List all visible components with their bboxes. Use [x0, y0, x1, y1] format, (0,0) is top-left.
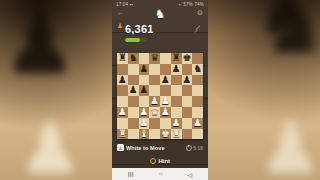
square-b7[interactable] [128, 64, 139, 75]
square-d6[interactable] [149, 75, 160, 86]
hint-label: Hint [158, 158, 170, 164]
piece-white-pawn[interactable]: ♟ [117, 107, 128, 118]
square-e6[interactable]: ♟ [160, 75, 171, 86]
piece-black-rook[interactable]: ♜ [117, 53, 128, 64]
settings-gear-icon[interactable]: ⚙ [197, 9, 203, 17]
square-e3[interactable]: ♟ [160, 107, 171, 118]
puzzle-timer: 5:18 [186, 145, 203, 151]
piece-black-knight[interactable]: ♞ [192, 64, 203, 75]
back-arrow-button[interactable]: ← [117, 9, 124, 16]
piece-black-pawn[interactable]: ♟ [182, 75, 193, 86]
rating-pawn-icon: ♟ [117, 22, 123, 30]
piece-black-pawn[interactable]: ♟ [128, 85, 139, 96]
square-b5[interactable]: ♟ [128, 85, 139, 96]
square-a5[interactable] [117, 85, 128, 96]
piece-white-king[interactable]: ♚ [160, 129, 171, 140]
piece-black-pawn[interactable]: ♟ [160, 75, 171, 86]
square-e1[interactable]: ♚ [160, 129, 171, 140]
square-c7[interactable]: ♟ [139, 64, 150, 75]
square-h7[interactable]: ♞ [192, 64, 203, 75]
square-a7[interactable] [117, 64, 128, 75]
phone-screen: 17:04 ▪▪ ◐ 57% 74% ← ♞ ⚙ ♟ 6,361 ♜♞♛♜♚♟♟… [112, 0, 208, 180]
piece-black-queen[interactable]: ♛ [149, 53, 160, 64]
square-g2[interactable] [182, 118, 193, 129]
square-c1[interactable]: ♝ [139, 129, 150, 140]
square-g4[interactable] [182, 96, 193, 107]
piece-black-pawn[interactable]: ♟ [139, 85, 150, 96]
square-d3[interactable]: ♛ [149, 107, 160, 118]
piece-white-pawn[interactable]: ♟ [139, 118, 150, 129]
square-g6[interactable]: ♟ [182, 75, 193, 86]
square-g8[interactable]: ♚ [182, 53, 193, 64]
square-g5[interactable] [182, 85, 193, 96]
square-d1[interactable] [149, 129, 160, 140]
square-h6[interactable] [192, 75, 203, 86]
square-d7[interactable] [149, 64, 160, 75]
piece-black-pawn[interactable]: ♟ [117, 75, 128, 86]
back-nav-button[interactable]: ◁ [187, 171, 192, 178]
puzzle-rating-value: 6,361 [118, 23, 208, 35]
hint-button[interactable]: Hint [112, 157, 208, 165]
square-b4[interactable] [128, 96, 139, 107]
rating-progress-bar [125, 38, 147, 43]
android-nav-bar: ||| ○ ◁ [112, 168, 208, 180]
square-f5[interactable] [171, 85, 182, 96]
square-f7[interactable]: ♟ [171, 64, 182, 75]
square-e2[interactable] [160, 118, 171, 129]
piece-black-knight[interactable]: ♞ [128, 53, 139, 64]
square-f6[interactable] [171, 75, 182, 86]
square-f4[interactable] [171, 96, 182, 107]
white-piece-tile-icon: ♙ [117, 144, 124, 151]
square-b8[interactable]: ♞ [128, 53, 139, 64]
piece-white-pawn[interactable]: ♟ [171, 118, 182, 129]
square-d2[interactable] [149, 118, 160, 129]
recents-button[interactable]: ||| [128, 171, 134, 177]
square-g3[interactable] [182, 107, 193, 118]
piece-white-pawn[interactable]: ♟ [160, 107, 171, 118]
square-a1[interactable]: ♜ [117, 129, 128, 140]
piece-black-pawn[interactable]: ♟ [171, 64, 182, 75]
move-status-row: ♙ White to Move 5:18 [117, 143, 203, 152]
square-c5[interactable]: ♟ [139, 85, 150, 96]
status-time: 17:04 ▪▪ [116, 2, 133, 7]
rating-progress-fill [125, 38, 140, 43]
square-a2[interactable] [117, 118, 128, 129]
turn-indicator: ♙ White to Move [117, 144, 165, 151]
app-header: ← ♞ ⚙ [112, 7, 208, 20]
square-h4[interactable] [192, 96, 203, 107]
piece-white-bishop[interactable]: ♝ [139, 129, 150, 140]
rating-block: ♟ 6,361 [118, 23, 208, 42]
square-a8[interactable]: ♜ [117, 53, 128, 64]
home-button[interactable]: ○ [159, 171, 163, 177]
piece-white-queen[interactable]: ♛ [149, 107, 160, 118]
piece-black-king[interactable]: ♚ [182, 53, 193, 64]
square-f1[interactable]: ♜ [171, 129, 182, 140]
piece-black-pawn[interactable]: ♟ [139, 64, 150, 75]
piece-white-pawn[interactable]: ♟ [192, 118, 203, 129]
square-b3[interactable] [128, 107, 139, 118]
square-e7[interactable] [160, 64, 171, 75]
lightbulb-icon [150, 158, 156, 164]
status-indicators: ◐ 57% 74% [179, 2, 204, 7]
square-b2[interactable] [128, 118, 139, 129]
puzzles-knight-icon: ♞ [155, 7, 166, 21]
clock-icon [186, 145, 192, 151]
square-b1[interactable] [128, 129, 139, 140]
square-f2[interactable]: ♟ [171, 118, 182, 129]
square-g7[interactable] [182, 64, 193, 75]
chess-board[interactable]: ♜♞♛♜♚♟♟♞♟♟♟♟♟♟♟♟♟♛♟♟♟♟♜♝♚♜ [117, 53, 203, 139]
timer-value: 5:18 [193, 145, 203, 151]
turn-label: White to Move [126, 145, 165, 151]
square-e8[interactable] [160, 53, 171, 64]
square-c2[interactable]: ♟ [139, 118, 150, 129]
piece-white-rook[interactable]: ♜ [171, 129, 182, 140]
square-a3[interactable]: ♟ [117, 107, 128, 118]
screenshot-root: ♟ ♟ ♞ ♟ 17:04 ▪▪ ◐ 57% 74% ← ♞ ⚙ ♟ 6,361… [0, 0, 320, 180]
square-g1[interactable] [182, 129, 193, 140]
square-h1[interactable] [192, 129, 203, 140]
square-h2[interactable]: ♟ [192, 118, 203, 129]
piece-white-rook[interactable]: ♜ [117, 129, 128, 140]
square-a6[interactable]: ♟ [117, 75, 128, 86]
square-h5[interactable] [192, 85, 203, 96]
square-d8[interactable]: ♛ [149, 53, 160, 64]
status-bar: 17:04 ▪▪ ◐ 57% 74% [112, 0, 208, 7]
